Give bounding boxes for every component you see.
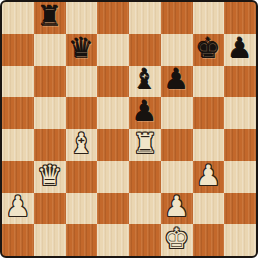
square-e5[interactable]: ♟ (129, 97, 161, 129)
square-d5[interactable] (97, 97, 129, 129)
square-f7[interactable] (161, 34, 193, 66)
square-d6[interactable] (97, 66, 129, 98)
piece-white-pawn[interactable]: ♟ (164, 193, 189, 221)
square-e8[interactable] (129, 2, 161, 34)
square-b6[interactable] (34, 66, 66, 98)
square-f3[interactable] (161, 161, 193, 193)
square-b4[interactable] (34, 129, 66, 161)
square-c5[interactable] (66, 97, 98, 129)
square-e3[interactable] (129, 161, 161, 193)
square-d3[interactable] (97, 161, 129, 193)
square-c7[interactable]: ♛ (66, 34, 98, 66)
square-b2[interactable] (34, 193, 66, 225)
square-b7[interactable] (34, 34, 66, 66)
square-e7[interactable] (129, 34, 161, 66)
square-b3[interactable]: ♛ (34, 161, 66, 193)
square-d8[interactable] (97, 2, 129, 34)
piece-black-king[interactable]: ♚ (196, 35, 221, 63)
square-c6[interactable] (66, 66, 98, 98)
square-c1[interactable] (66, 224, 98, 256)
square-h7[interactable]: ♟ (224, 34, 256, 66)
square-e1[interactable] (129, 224, 161, 256)
square-a1[interactable] (2, 224, 34, 256)
square-e4[interactable]: ♜ (129, 129, 161, 161)
square-d2[interactable] (97, 193, 129, 225)
square-g6[interactable] (193, 66, 225, 98)
square-c3[interactable] (66, 161, 98, 193)
square-h5[interactable] (224, 97, 256, 129)
square-g8[interactable] (193, 2, 225, 34)
square-b5[interactable] (34, 97, 66, 129)
square-h4[interactable] (224, 129, 256, 161)
square-g7[interactable]: ♚ (193, 34, 225, 66)
piece-black-pawn[interactable]: ♟ (228, 35, 253, 63)
square-b1[interactable] (34, 224, 66, 256)
square-b8[interactable]: ♜ (34, 2, 66, 34)
square-g2[interactable] (193, 193, 225, 225)
piece-black-bishop[interactable]: ♝ (132, 66, 157, 94)
piece-white-rook[interactable]: ♜ (132, 130, 157, 158)
chess-board: ♜♛♚♟♝♟♟♝♜♛♟♟♟♚ (2, 2, 256, 256)
square-c2[interactable] (66, 193, 98, 225)
square-g1[interactable] (193, 224, 225, 256)
piece-white-pawn[interactable]: ♟ (196, 162, 221, 190)
square-g3[interactable]: ♟ (193, 161, 225, 193)
square-h1[interactable] (224, 224, 256, 256)
square-c4[interactable]: ♝ (66, 129, 98, 161)
square-f4[interactable] (161, 129, 193, 161)
square-a2[interactable]: ♟ (2, 193, 34, 225)
piece-black-rook[interactable]: ♜ (37, 3, 62, 31)
square-a7[interactable] (2, 34, 34, 66)
square-h6[interactable] (224, 66, 256, 98)
square-f8[interactable] (161, 2, 193, 34)
piece-white-pawn[interactable]: ♟ (5, 193, 30, 221)
square-h3[interactable] (224, 161, 256, 193)
square-f6[interactable]: ♟ (161, 66, 193, 98)
square-h2[interactable] (224, 193, 256, 225)
square-a8[interactable] (2, 2, 34, 34)
square-d4[interactable] (97, 129, 129, 161)
piece-black-pawn[interactable]: ♟ (132, 98, 157, 126)
square-e2[interactable] (129, 193, 161, 225)
square-h8[interactable] (224, 2, 256, 34)
piece-white-queen[interactable]: ♛ (37, 162, 62, 190)
square-f5[interactable] (161, 97, 193, 129)
piece-black-pawn[interactable]: ♟ (164, 66, 189, 94)
square-g4[interactable] (193, 129, 225, 161)
square-f2[interactable]: ♟ (161, 193, 193, 225)
square-g5[interactable] (193, 97, 225, 129)
square-a5[interactable] (2, 97, 34, 129)
square-a3[interactable] (2, 161, 34, 193)
square-e6[interactable]: ♝ (129, 66, 161, 98)
chess-board-frame: ♜♛♚♟♝♟♟♝♜♛♟♟♟♚ (0, 0, 258, 258)
square-f1[interactable]: ♚ (161, 224, 193, 256)
square-a4[interactable] (2, 129, 34, 161)
square-d7[interactable] (97, 34, 129, 66)
piece-white-king[interactable]: ♚ (164, 225, 189, 253)
square-d1[interactable] (97, 224, 129, 256)
piece-white-bishop[interactable]: ♝ (69, 130, 94, 158)
square-a6[interactable] (2, 66, 34, 98)
square-c8[interactable] (66, 2, 98, 34)
piece-black-queen[interactable]: ♛ (69, 35, 94, 63)
